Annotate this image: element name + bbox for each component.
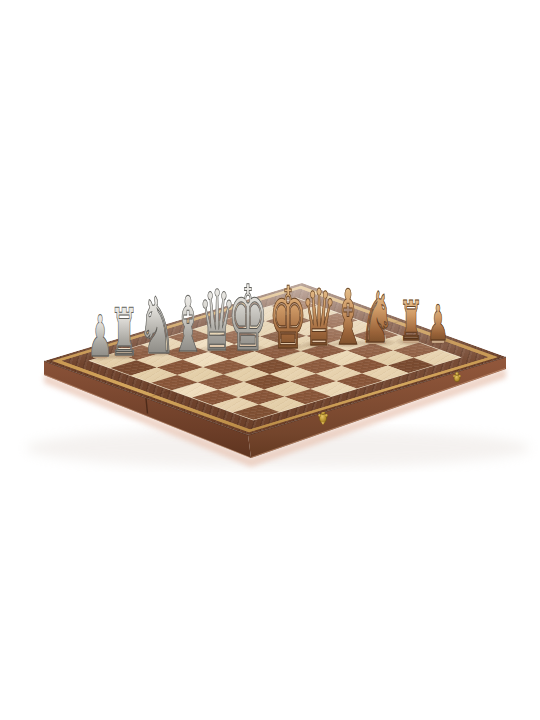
product-photo: ♟♜♞♝♛♚♚♛♝♞♜♟ <box>0 0 540 720</box>
